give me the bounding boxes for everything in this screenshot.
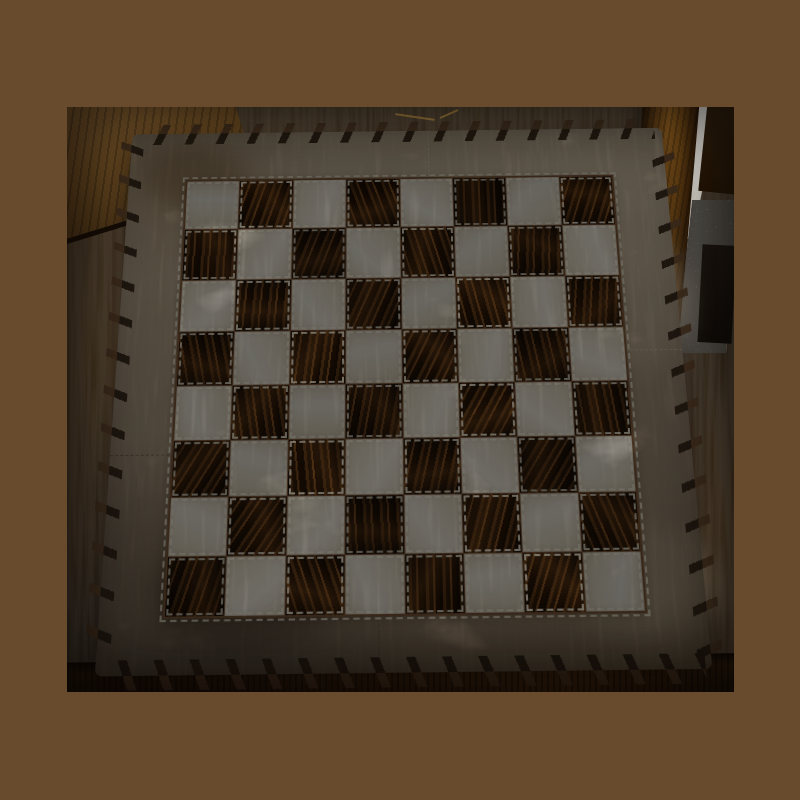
border-seam [110, 454, 169, 456]
square-h3 [575, 436, 636, 493]
square-b1 [225, 556, 285, 616]
square-e5 [402, 329, 458, 382]
square-f8 [453, 178, 507, 227]
square-b2 [227, 497, 286, 555]
square-c5 [290, 331, 346, 384]
square-g6 [511, 276, 568, 328]
square-d1 [345, 554, 404, 614]
square-e1 [405, 553, 465, 613]
square-f3 [461, 437, 520, 494]
border-seam [428, 131, 430, 176]
square-g5 [513, 328, 571, 381]
square-d8 [347, 179, 400, 228]
dark-object [697, 244, 734, 344]
square-b6 [235, 279, 291, 331]
square-a6 [180, 280, 236, 332]
square-g2 [520, 493, 581, 551]
square-a8 [185, 181, 240, 230]
square-e4 [403, 383, 460, 438]
square-b8 [239, 180, 293, 229]
square-d5 [346, 330, 401, 383]
square-e8 [400, 178, 454, 227]
square-c7 [292, 229, 346, 279]
square-h8 [559, 176, 615, 225]
square-c3 [288, 439, 345, 496]
square-g7 [508, 226, 564, 276]
border-seam [378, 613, 379, 673]
square-f1 [464, 553, 525, 613]
square-b7 [237, 229, 292, 279]
square-a2 [168, 498, 228, 556]
square-d7 [346, 228, 400, 278]
square-h5 [568, 327, 627, 380]
square-f7 [454, 227, 509, 277]
square-h1 [582, 551, 645, 611]
square-c4 [289, 384, 345, 439]
square-c8 [293, 180, 346, 229]
square-g4 [515, 381, 574, 436]
border-seam [625, 349, 683, 351]
square-d4 [346, 383, 402, 438]
square-h6 [565, 275, 623, 327]
photo [67, 107, 734, 692]
square-f6 [456, 277, 512, 329]
square-e3 [403, 438, 461, 495]
square-h7 [562, 225, 619, 275]
square-b5 [233, 331, 289, 384]
square-g3 [518, 436, 578, 493]
square-a7 [182, 230, 237, 280]
cowhide-mat-wrap [95, 128, 713, 676]
square-f4 [459, 382, 517, 437]
square-e2 [404, 495, 463, 553]
square-d6 [346, 278, 401, 330]
square-c6 [291, 279, 346, 331]
square-a4 [174, 385, 232, 440]
square-d2 [346, 495, 404, 553]
square-f5 [457, 329, 514, 382]
square-g8 [506, 177, 561, 226]
square-h4 [572, 381, 632, 436]
square-a5 [177, 332, 234, 385]
square-c1 [285, 555, 344, 615]
square-b3 [229, 440, 287, 497]
square-c2 [286, 496, 344, 554]
square-d3 [346, 439, 403, 496]
square-g1 [523, 552, 585, 612]
square-a3 [171, 441, 230, 498]
square-b4 [231, 385, 288, 440]
square-f2 [462, 494, 522, 552]
square-e7 [401, 227, 455, 277]
cowhide-mat [95, 128, 713, 676]
board [163, 175, 648, 619]
square-h2 [579, 493, 641, 551]
background-frame [0, 0, 800, 800]
square-a1 [165, 556, 226, 616]
square-e6 [401, 277, 456, 329]
